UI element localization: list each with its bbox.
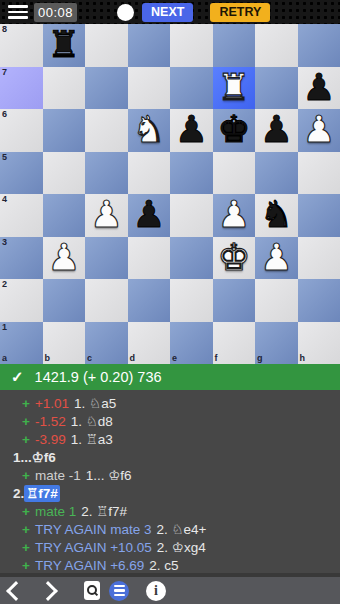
- square-a7[interactable]: 7: [0, 67, 43, 110]
- analysis-text: 2. ♘e4+: [156, 522, 206, 537]
- white-knight: ♞: [132, 109, 165, 151]
- square-a1[interactable]: 1a: [0, 322, 43, 365]
- square-a2[interactable]: 2: [0, 279, 43, 322]
- file-label-e: e: [172, 354, 177, 363]
- analysis-text: 1. ♖a3: [71, 432, 113, 447]
- expand-plus-icon[interactable]: +: [22, 432, 30, 447]
- square-d7[interactable]: [128, 67, 171, 110]
- square-a6[interactable]: 6: [0, 109, 43, 152]
- file-label-b: b: [45, 354, 51, 363]
- rank-label-7: 7: [2, 68, 7, 77]
- square-b1[interactable]: b: [43, 322, 86, 365]
- square-f8[interactable]: [213, 24, 256, 67]
- square-c6[interactable]: [85, 109, 128, 152]
- file-label-c: c: [87, 354, 92, 363]
- square-b8[interactable]: ♜: [43, 24, 86, 67]
- analysis-line-8[interactable]: +TRY AGAIN mate 32. ♘e4+: [0, 521, 340, 539]
- analysis-panel: ++1.011. ♘a5+-1.521. ♘d8+-3.991. ♖a31...…: [0, 390, 340, 573]
- rank-label-8: 8: [2, 25, 7, 34]
- square-b5[interactable]: [43, 152, 86, 195]
- square-d2[interactable]: [128, 279, 171, 322]
- analysis-text: TRY AGAIN mate 3: [35, 522, 152, 537]
- square-h1[interactable]: h: [298, 322, 340, 365]
- chevron-right-icon[interactable]: [38, 581, 58, 601]
- square-d8[interactable]: [128, 24, 171, 67]
- retry-button[interactable]: RETRY: [210, 3, 270, 22]
- white-pawn: ♟: [217, 194, 250, 236]
- square-f7[interactable]: ♜: [213, 67, 256, 110]
- search-document-icon[interactable]: [84, 581, 100, 600]
- square-b6[interactable]: [43, 109, 86, 152]
- analysis-text: mate 1: [35, 504, 76, 519]
- expand-plus-icon[interactable]: +: [22, 522, 30, 537]
- black-pawn: ♟: [132, 194, 165, 236]
- analysis-text: 1. ♘d8: [71, 414, 113, 429]
- black-rook: ♜: [47, 24, 80, 66]
- analysis-line-5[interactable]: +mate -11... ♔f6: [0, 467, 340, 485]
- expand-plus-icon[interactable]: +: [22, 468, 30, 483]
- analysis-text: -1.52: [35, 414, 66, 429]
- square-c1[interactable]: c: [85, 322, 128, 365]
- analysis-text: -3.99: [35, 432, 66, 447]
- square-c3[interactable]: [85, 237, 128, 280]
- analysis-line-4[interactable]: 1...♔f6: [0, 449, 340, 467]
- square-f1[interactable]: f: [213, 322, 256, 365]
- file-label-a: a: [2, 354, 7, 363]
- square-h5[interactable]: [298, 152, 340, 195]
- square-d1[interactable]: d: [128, 322, 171, 365]
- top-bar: 00:08 NEXT RETRY: [0, 0, 340, 24]
- move-list-icon[interactable]: [109, 581, 129, 601]
- black-pawn: ♟: [302, 67, 335, 109]
- result-bar: ✓ 1421.9 (+ 0.20) 736: [0, 364, 340, 390]
- analysis-text: 2. ♖f7#: [81, 504, 127, 519]
- rating-text: 1421.9 (+ 0.20) 736: [35, 369, 162, 385]
- square-b3[interactable]: ♟: [43, 237, 86, 280]
- square-e7[interactable]: [170, 67, 213, 110]
- square-d5[interactable]: [128, 152, 171, 195]
- expand-plus-icon[interactable]: +: [22, 558, 30, 573]
- rank-label-6: 6: [2, 110, 7, 119]
- analysis-text: +1.01: [35, 396, 69, 411]
- analysis-line-3[interactable]: +-3.991. ♖a3: [0, 431, 340, 449]
- square-b2[interactable]: [43, 279, 86, 322]
- analysis-line-6[interactable]: 2.♖f7#: [0, 485, 340, 503]
- black-pawn: ♟: [260, 109, 293, 151]
- square-g3[interactable]: ♟: [255, 237, 298, 280]
- square-g2[interactable]: [255, 279, 298, 322]
- rank-label-3: 3: [2, 238, 7, 247]
- white-pawn: ♟: [47, 237, 80, 279]
- black-pawn: ♟: [175, 109, 208, 151]
- analysis-text: 1. ♘a5: [74, 396, 116, 411]
- analysis-text: ♖f7#: [24, 485, 60, 502]
- white-pawn: ♟: [302, 109, 335, 151]
- file-label-h: h: [300, 354, 306, 363]
- square-h3[interactable]: [298, 237, 340, 280]
- square-g5[interactable]: [255, 152, 298, 195]
- square-c5[interactable]: [85, 152, 128, 195]
- info-icon[interactable]: i: [146, 581, 166, 601]
- square-f6[interactable]: ♚: [213, 109, 256, 152]
- white-pawn: ♟: [90, 194, 123, 236]
- square-d3[interactable]: [128, 237, 171, 280]
- square-h8[interactable]: [298, 24, 340, 67]
- white-pawn: ♟: [260, 237, 293, 279]
- expand-plus-icon[interactable]: +: [22, 414, 30, 429]
- analysis-line-2[interactable]: +-1.521. ♘d8: [0, 413, 340, 431]
- analysis-line-9[interactable]: +TRY AGAIN +10.052. ♔xg4: [0, 539, 340, 557]
- rank-label-4: 4: [2, 195, 7, 204]
- white-rook: ♜: [217, 67, 250, 109]
- square-d4[interactable]: ♟: [128, 194, 171, 237]
- square-h6[interactable]: ♟: [298, 109, 340, 152]
- square-b7[interactable]: [43, 67, 86, 110]
- white-to-move-indicator-icon: [117, 4, 134, 21]
- square-f3[interactable]: ♚: [213, 237, 256, 280]
- analysis-text: 2. ♔xg4: [157, 540, 206, 555]
- square-d6[interactable]: ♞: [128, 109, 171, 152]
- square-e2[interactable]: [170, 279, 213, 322]
- bottom-toolbar: i: [0, 577, 340, 604]
- square-g1[interactable]: g: [255, 322, 298, 365]
- analysis-text: mate -1: [35, 468, 81, 483]
- square-a3[interactable]: 3: [0, 237, 43, 280]
- file-label-d: d: [130, 354, 136, 363]
- timer: 00:08: [34, 3, 77, 22]
- square-h7[interactable]: ♟: [298, 67, 340, 110]
- file-label-g: g: [257, 354, 263, 363]
- square-h2[interactable]: [298, 279, 340, 322]
- expand-plus-icon[interactable]: +: [22, 396, 30, 411]
- square-c2[interactable]: [85, 279, 128, 322]
- square-c8[interactable]: [85, 24, 128, 67]
- black-king: ♚: [217, 109, 250, 151]
- analysis-text: 2.: [13, 486, 24, 501]
- square-a4[interactable]: 4: [0, 194, 43, 237]
- square-g7[interactable]: [255, 67, 298, 110]
- square-a5[interactable]: 5: [0, 152, 43, 195]
- analysis-line-10[interactable]: +TRY AGAIN +6.692. c5: [0, 557, 340, 573]
- square-e6[interactable]: ♟: [170, 109, 213, 152]
- analysis-line-1[interactable]: ++1.011. ♘a5: [0, 395, 340, 413]
- analysis-text: TRY AGAIN +10.05: [35, 540, 152, 555]
- square-e8[interactable]: [170, 24, 213, 67]
- square-g4[interactable]: ♞: [255, 194, 298, 237]
- check-icon: ✓: [11, 368, 24, 386]
- white-king: ♚: [217, 237, 250, 279]
- analysis-text: 1...♔f6: [13, 450, 56, 465]
- analysis-line-7[interactable]: +mate 12. ♖f7#: [0, 503, 340, 521]
- rank-label-5: 5: [2, 153, 7, 162]
- next-button[interactable]: NEXT: [142, 3, 193, 22]
- square-f5[interactable]: [213, 152, 256, 195]
- menu-icon[interactable]: [8, 5, 28, 19]
- file-label-f: f: [215, 354, 218, 363]
- square-e3[interactable]: [170, 237, 213, 280]
- expand-plus-icon[interactable]: +: [22, 504, 30, 519]
- analysis-text: TRY AGAIN +6.69: [35, 558, 144, 573]
- rank-label-2: 2: [2, 280, 7, 289]
- rank-label-1: 1: [2, 323, 7, 332]
- chess-board: 8♜7♜♟6♞♟♚♟♟54♟♟♟♞3♟♚♟21abcdefgh: [0, 24, 340, 364]
- square-e1[interactable]: e: [170, 322, 213, 365]
- analysis-text: 2. c5: [149, 558, 178, 573]
- square-a8[interactable]: 8: [0, 24, 43, 67]
- chess-app: 00:08 NEXT RETRY 8♜7♜♟6♞♟♚♟♟54♟♟♟♞3♟♚♟21…: [0, 0, 340, 604]
- analysis-text: 1... ♔f6: [86, 468, 132, 483]
- black-knight: ♞: [260, 194, 293, 236]
- square-f4[interactable]: ♟: [213, 194, 256, 237]
- square-e4[interactable]: [170, 194, 213, 237]
- chevron-left-icon[interactable]: [6, 581, 26, 601]
- square-g6[interactable]: ♟: [255, 109, 298, 152]
- square-b4[interactable]: [43, 194, 86, 237]
- expand-plus-icon[interactable]: +: [22, 540, 30, 555]
- square-f2[interactable]: [213, 279, 256, 322]
- square-g8[interactable]: [255, 24, 298, 67]
- square-e5[interactable]: [170, 152, 213, 195]
- square-c7[interactable]: [85, 67, 128, 110]
- square-c4[interactable]: ♟: [85, 194, 128, 237]
- square-h4[interactable]: [298, 194, 340, 237]
